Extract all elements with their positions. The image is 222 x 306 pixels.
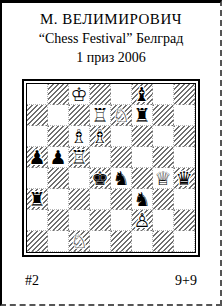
square-g2: [153, 210, 174, 231]
black-knight: ♞: [133, 189, 150, 210]
square-e6: [111, 126, 132, 147]
material-count-label: 9+9: [175, 273, 197, 289]
square-g3: [153, 189, 174, 210]
white-bishop: ♗: [70, 126, 87, 147]
square-e2: [111, 210, 132, 231]
square-c8: ♔: [69, 84, 90, 105]
problem-card: М. ВЕЛИМИРОВИЧ “Chess Festival” Белград …: [0, 0, 222, 306]
square-e4: ♞: [111, 168, 132, 189]
white-queen: ♕: [154, 168, 171, 189]
black-queen: ♛: [175, 168, 192, 189]
square-c6: ♗: [69, 126, 90, 147]
square-a2: [27, 210, 48, 231]
square-d1: [90, 231, 111, 252]
square-b7: [48, 105, 69, 126]
white-rook: ♖: [91, 105, 108, 126]
square-b5: ♟: [48, 147, 69, 168]
tournament-name: “Chess Festival” Белград: [2, 29, 220, 48]
black-pawn: ♟: [28, 147, 45, 168]
square-e7: ♘: [111, 105, 132, 126]
square-b4: [48, 168, 69, 189]
square-e3: [111, 189, 132, 210]
square-g1: [153, 231, 174, 252]
white-knight: ♘: [70, 231, 87, 252]
square-c3: [69, 189, 90, 210]
square-h8: [174, 84, 195, 105]
square-e8: [111, 84, 132, 105]
square-d3: [90, 189, 111, 210]
square-b6: [48, 126, 69, 147]
white-knight: ♘: [112, 105, 129, 126]
square-f4: [132, 168, 153, 189]
square-h3: [174, 189, 195, 210]
square-d6: ♗: [90, 126, 111, 147]
square-g7: [153, 105, 174, 126]
award-year: 1 приз 2006: [2, 48, 220, 67]
black-king: ♚: [91, 168, 108, 189]
square-f6: [132, 126, 153, 147]
square-a1: [27, 231, 48, 252]
chess-board: ♔♝♖♘♜♗♗♟♟♖♚♞♕♛♜♞♙♘: [26, 83, 196, 253]
black-bishop: ♝: [133, 84, 150, 105]
square-b2: [48, 210, 69, 231]
caption-row: #2 9+9: [2, 273, 220, 289]
square-g5: [153, 147, 174, 168]
square-d2: [90, 210, 111, 231]
square-h5: [174, 147, 195, 168]
square-h2: [174, 210, 195, 231]
square-g8: [153, 84, 174, 105]
white-king: ♔: [70, 84, 87, 105]
square-c5: ♖: [69, 147, 90, 168]
square-d4: ♚: [90, 168, 111, 189]
square-f7: ♜: [132, 105, 153, 126]
square-e1: [111, 231, 132, 252]
white-bishop: ♗: [91, 126, 108, 147]
square-g4: ♕: [153, 168, 174, 189]
square-h7: [174, 105, 195, 126]
square-d7: ♖: [90, 105, 111, 126]
square-f5: [132, 147, 153, 168]
square-h6: [174, 126, 195, 147]
author-name: М. ВЕЛИМИРОВИЧ: [2, 9, 220, 29]
white-rook: ♖: [70, 147, 87, 168]
square-h4: ♛: [174, 168, 195, 189]
square-h1: [174, 231, 195, 252]
square-a8: [27, 84, 48, 105]
square-e5: [111, 147, 132, 168]
square-c1: ♘: [69, 231, 90, 252]
board-area: ♔♝♖♘♜♗♗♟♟♖♚♞♕♛♜♞♙♘: [2, 79, 220, 257]
square-f8: ♝: [132, 84, 153, 105]
square-b1: [48, 231, 69, 252]
black-pawn: ♟: [49, 147, 66, 168]
square-f2: ♙: [132, 210, 153, 231]
board-frame: ♔♝♖♘♜♗♗♟♟♖♚♞♕♛♜♞♙♘: [22, 79, 200, 257]
white-pawn: ♙: [133, 210, 150, 231]
square-c2: [69, 210, 90, 231]
square-d5: [90, 147, 111, 168]
square-c7: [69, 105, 90, 126]
black-knight: ♞: [112, 168, 129, 189]
square-f1: [132, 231, 153, 252]
square-c4: [69, 168, 90, 189]
black-rook: ♜: [28, 189, 45, 210]
black-rook: ♜: [133, 105, 150, 126]
stipulation-label: #2: [25, 273, 39, 289]
square-a4: [27, 168, 48, 189]
square-b3: [48, 189, 69, 210]
square-g6: [153, 126, 174, 147]
square-a5: ♟: [27, 147, 48, 168]
square-a6: [27, 126, 48, 147]
square-f3: ♞: [132, 189, 153, 210]
square-a3: ♜: [27, 189, 48, 210]
square-b8: [48, 84, 69, 105]
square-a7: [27, 105, 48, 126]
problem-header: М. ВЕЛИМИРОВИЧ “Chess Festival” Белград …: [2, 3, 220, 67]
square-d8: [90, 84, 111, 105]
